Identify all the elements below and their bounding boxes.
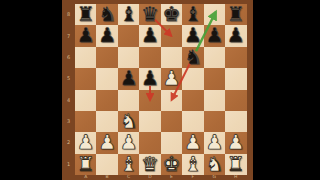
square-g5[interactable]: [204, 68, 225, 89]
square-d8[interactable]: ♛: [139, 4, 160, 25]
rank-label-2: 2: [62, 140, 75, 145]
square-b6[interactable]: [96, 47, 117, 68]
square-b3[interactable]: [96, 111, 117, 132]
square-c7[interactable]: [118, 25, 139, 46]
piece-black-knight[interactable]: ♞: [182, 47, 203, 68]
piece-black-knight[interactable]: ♞: [96, 4, 117, 25]
piece-black-pawn[interactable]: ♟: [96, 25, 117, 46]
square-h2[interactable]: ♟: [225, 132, 246, 153]
square-a7[interactable]: ♟: [75, 25, 96, 46]
piece-black-king[interactable]: ♚: [161, 4, 182, 25]
square-h1[interactable]: ♜: [225, 154, 246, 175]
rank-label-7: 7: [62, 34, 75, 39]
board-grid: ♜♞♝♛♚♝♜♟♟♟♟♟♟♞♟♟♟♞♟♟♟♟♟♟♜♝♛♚♝♞♜: [75, 4, 247, 175]
rank-label-5: 5: [62, 76, 75, 81]
square-c1[interactable]: ♝: [118, 154, 139, 175]
square-f2[interactable]: ♟: [182, 132, 203, 153]
square-f4[interactable]: [182, 90, 203, 111]
chess-board: 87654321 ABCDEFGH ♜♞♝♛♚♝♜♟♟♟♟♟♟♞♟♟♟♞♟♟♟♟…: [62, 0, 253, 180]
square-d5[interactable]: ♟: [139, 68, 160, 89]
piece-white-rook[interactable]: ♜: [225, 154, 246, 175]
piece-black-pawn[interactable]: ♟: [225, 25, 246, 46]
square-b8[interactable]: ♞: [96, 4, 117, 25]
piece-black-queen[interactable]: ♛: [139, 4, 160, 25]
piece-white-pawn[interactable]: ♟: [225, 132, 246, 153]
piece-white-pawn[interactable]: ♟: [75, 132, 96, 153]
square-f7[interactable]: ♟: [182, 25, 203, 46]
square-g7[interactable]: ♟: [204, 25, 225, 46]
piece-black-bishop[interactable]: ♝: [182, 4, 203, 25]
square-b4[interactable]: [96, 90, 117, 111]
square-e3[interactable]: [161, 111, 182, 132]
square-e7[interactable]: [161, 25, 182, 46]
square-g2[interactable]: ♟: [204, 132, 225, 153]
piece-white-rook[interactable]: ♜: [75, 154, 96, 175]
square-b2[interactable]: ♟: [96, 132, 117, 153]
piece-white-bishop[interactable]: ♝: [182, 154, 203, 175]
square-d2[interactable]: [139, 132, 160, 153]
square-e2[interactable]: [161, 132, 182, 153]
square-e6[interactable]: [161, 47, 182, 68]
piece-black-pawn[interactable]: ♟: [75, 25, 96, 46]
square-g6[interactable]: [204, 47, 225, 68]
piece-black-rook[interactable]: ♜: [75, 4, 96, 25]
rank-labels: 87654321: [62, 4, 75, 175]
square-g4[interactable]: [204, 90, 225, 111]
square-f8[interactable]: ♝: [182, 4, 203, 25]
square-c4[interactable]: [118, 90, 139, 111]
rank-label-8: 8: [62, 12, 75, 17]
square-b5[interactable]: [96, 68, 117, 89]
square-a4[interactable]: [75, 90, 96, 111]
square-a1[interactable]: ♜: [75, 154, 96, 175]
square-a3[interactable]: [75, 111, 96, 132]
square-h8[interactable]: ♜: [225, 4, 246, 25]
square-f6[interactable]: ♞: [182, 47, 203, 68]
piece-black-pawn[interactable]: ♟: [118, 68, 139, 89]
square-e5[interactable]: ♟: [161, 68, 182, 89]
square-a6[interactable]: [75, 47, 96, 68]
piece-white-knight[interactable]: ♞: [118, 111, 139, 132]
square-c3[interactable]: ♞: [118, 111, 139, 132]
piece-white-bishop[interactable]: ♝: [118, 154, 139, 175]
square-f5[interactable]: [182, 68, 203, 89]
piece-white-pawn[interactable]: ♟: [118, 132, 139, 153]
square-g1[interactable]: ♞: [204, 154, 225, 175]
square-h3[interactable]: [225, 111, 246, 132]
square-b1[interactable]: [96, 154, 117, 175]
square-a8[interactable]: ♜: [75, 4, 96, 25]
square-d1[interactable]: ♛: [139, 154, 160, 175]
rank-label-6: 6: [62, 55, 75, 60]
square-c8[interactable]: ♝: [118, 4, 139, 25]
piece-white-pawn[interactable]: ♟: [96, 132, 117, 153]
square-h6[interactable]: [225, 47, 246, 68]
square-d3[interactable]: [139, 111, 160, 132]
piece-white-queen[interactable]: ♛: [139, 154, 160, 175]
rank-label-1: 1: [62, 162, 75, 167]
piece-white-king[interactable]: ♚: [161, 154, 182, 175]
square-h7[interactable]: ♟: [225, 25, 246, 46]
square-e4[interactable]: [161, 90, 182, 111]
piece-black-pawn[interactable]: ♟: [139, 25, 160, 46]
rank-label-3: 3: [62, 119, 75, 124]
square-f3[interactable]: [182, 111, 203, 132]
square-h5[interactable]: [225, 68, 246, 89]
square-h4[interactable]: [225, 90, 246, 111]
square-e1[interactable]: ♚: [161, 154, 182, 175]
square-c2[interactable]: ♟: [118, 132, 139, 153]
piece-white-pawn[interactable]: ♟: [204, 132, 225, 153]
square-c6[interactable]: [118, 47, 139, 68]
square-d4[interactable]: [139, 90, 160, 111]
square-d7[interactable]: ♟: [139, 25, 160, 46]
rank-label-4: 4: [62, 98, 75, 103]
piece-black-pawn[interactable]: ♟: [182, 25, 203, 46]
piece-white-pawn[interactable]: ♟: [161, 68, 182, 89]
square-d6[interactable]: [139, 47, 160, 68]
square-e8[interactable]: ♚: [161, 4, 182, 25]
square-g8[interactable]: [204, 4, 225, 25]
square-a5[interactable]: [75, 68, 96, 89]
square-c5[interactable]: ♟: [118, 68, 139, 89]
piece-black-pawn[interactable]: ♟: [139, 68, 160, 89]
piece-black-rook[interactable]: ♜: [225, 4, 246, 25]
piece-white-pawn[interactable]: ♟: [182, 132, 203, 153]
square-a2[interactable]: ♟: [75, 132, 96, 153]
piece-black-pawn[interactable]: ♟: [204, 25, 225, 46]
thumbnail-stage: 87654321 ABCDEFGH ♜♞♝♛♚♝♜♟♟♟♟♟♟♞♟♟♟♞♟♟♟♟…: [0, 0, 320, 180]
piece-black-bishop[interactable]: ♝: [118, 4, 139, 25]
square-f1[interactable]: ♝: [182, 154, 203, 175]
square-g3[interactable]: [204, 111, 225, 132]
square-b7[interactable]: ♟: [96, 25, 117, 46]
piece-white-knight[interactable]: ♞: [204, 154, 225, 175]
